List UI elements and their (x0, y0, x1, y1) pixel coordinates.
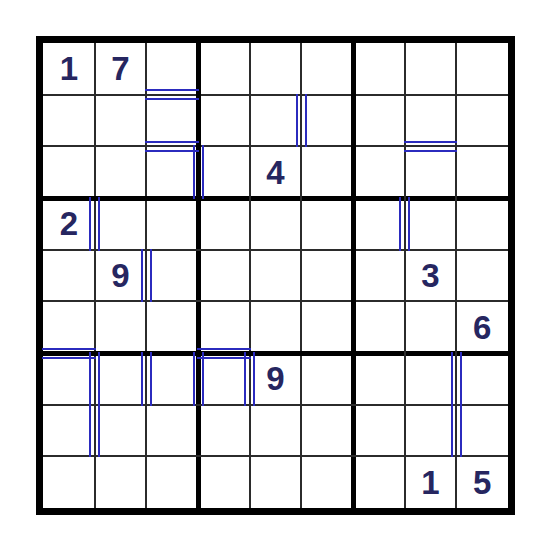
cell-r8c4[interactable] (198, 405, 250, 457)
cell-r5c7[interactable] (353, 250, 405, 302)
box-border-vertical (351, 43, 356, 508)
cell-r1c2-given[interactable]: 7 (95, 43, 147, 95)
cell-r6c2[interactable] (95, 301, 147, 353)
cell-r1c3[interactable] (146, 43, 198, 95)
consecutive-marker (193, 352, 204, 406)
cell-r3c2[interactable] (95, 146, 147, 198)
cell-r4c4[interactable] (198, 198, 250, 250)
cell-r1c1-given[interactable]: 1 (43, 43, 95, 95)
cell-r5c2-given[interactable]: 9 (95, 250, 147, 302)
cell-r7c3[interactable] (146, 353, 198, 405)
cell-r2c6[interactable] (301, 95, 353, 147)
gridline-horizontal (43, 404, 508, 406)
cell-r1c7[interactable] (353, 43, 405, 95)
cell-r1c8[interactable] (405, 43, 457, 95)
gridline-horizontal (43, 300, 508, 302)
puzzle-page: 1742936915 (0, 0, 550, 550)
cell-r1c4[interactable] (198, 43, 250, 95)
cell-r5c3[interactable] (146, 250, 198, 302)
consecutive-marker (89, 352, 100, 406)
cell-r4c1-given[interactable]: 2 (43, 198, 95, 250)
cell-r8c1[interactable] (43, 405, 95, 457)
cell-r7c5-given[interactable]: 9 (250, 353, 302, 405)
cell-r4c9[interactable] (456, 198, 508, 250)
cell-r7c6[interactable] (301, 353, 353, 405)
cell-r8c2[interactable] (95, 405, 147, 457)
cell-r4c6[interactable] (301, 198, 353, 250)
gridline-vertical (404, 43, 406, 508)
consecutive-marker (89, 404, 100, 458)
cell-r2c1[interactable] (43, 95, 95, 147)
box-border-horizontal (43, 351, 508, 356)
cell-r8c7[interactable] (353, 405, 405, 457)
cell-r8c5[interactable] (250, 405, 302, 457)
cell-r7c7[interactable] (353, 353, 405, 405)
cell-r6c4[interactable] (198, 301, 250, 353)
sudoku-board: 1742936915 (36, 36, 515, 515)
cell-r6c6[interactable] (301, 301, 353, 353)
cell-r9c4[interactable] (198, 456, 250, 508)
cell-r2c7[interactable] (353, 95, 405, 147)
cell-r2c4[interactable] (198, 95, 250, 147)
cell-r7c2[interactable] (95, 353, 147, 405)
cell-r2c8[interactable] (405, 95, 457, 147)
gridline-horizontal (43, 455, 508, 457)
cell-r3c9[interactable] (456, 146, 508, 198)
consecutive-marker (141, 352, 152, 406)
cell-r1c5[interactable] (250, 43, 302, 95)
cell-r9c3[interactable] (146, 456, 198, 508)
cell-r8c6[interactable] (301, 405, 353, 457)
cell-r6c9-given[interactable]: 6 (456, 301, 508, 353)
cell-r3c5-given[interactable]: 4 (250, 146, 302, 198)
cell-r9c9-given[interactable]: 5 (456, 456, 508, 508)
box-border-vertical (196, 43, 201, 508)
cell-r3c1[interactable] (43, 146, 95, 198)
cell-r8c3[interactable] (146, 405, 198, 457)
cell-r3c4[interactable] (198, 146, 250, 198)
consecutive-marker (141, 249, 152, 303)
gridline-horizontal (43, 249, 508, 251)
cell-r5c4[interactable] (198, 250, 250, 302)
box-border-horizontal (43, 196, 508, 201)
consecutive-marker (89, 197, 100, 251)
cell-r4c3[interactable] (146, 198, 198, 250)
consecutive-marker (42, 348, 96, 359)
consecutive-marker (451, 352, 462, 406)
consecutive-marker (193, 145, 204, 199)
cell-r3c8[interactable] (405, 146, 457, 198)
gridline-vertical (249, 43, 251, 508)
cell-r1c6[interactable] (301, 43, 353, 95)
consecutive-marker (296, 94, 307, 148)
cell-r6c5[interactable] (250, 301, 302, 353)
cell-r7c9[interactable] (456, 353, 508, 405)
cell-r4c2[interactable] (95, 198, 147, 250)
cell-r7c1[interactable] (43, 353, 95, 405)
cell-r5c1[interactable] (43, 250, 95, 302)
cell-r9c1[interactable] (43, 456, 95, 508)
gridline-horizontal (43, 94, 508, 96)
cell-r5c6[interactable] (301, 250, 353, 302)
cell-r9c2[interactable] (95, 456, 147, 508)
cell-r5c9[interactable] (456, 250, 508, 302)
cell-r9c5[interactable] (250, 456, 302, 508)
consecutive-marker (197, 348, 251, 359)
cell-r4c8[interactable] (405, 198, 457, 250)
cell-r3c6[interactable] (301, 146, 353, 198)
cell-r2c9[interactable] (456, 95, 508, 147)
cell-r9c6[interactable] (301, 456, 353, 508)
cell-r1c9[interactable] (456, 43, 508, 95)
cell-r6c7[interactable] (353, 301, 405, 353)
cell-r2c5[interactable] (250, 95, 302, 147)
cell-r2c3[interactable] (146, 95, 198, 147)
consecutive-marker (145, 89, 199, 100)
cell-r8c8[interactable] (405, 405, 457, 457)
consecutive-marker (451, 404, 462, 458)
cell-r6c8[interactable] (405, 301, 457, 353)
cell-r8c9[interactable] (456, 405, 508, 457)
cell-r4c5[interactable] (250, 198, 302, 250)
consecutive-marker (145, 141, 199, 152)
cell-r9c7[interactable] (353, 456, 405, 508)
cell-r4c7[interactable] (353, 198, 405, 250)
cell-r7c4[interactable] (198, 353, 250, 405)
consecutive-marker (404, 141, 458, 152)
cell-r9c8-given[interactable]: 1 (405, 456, 457, 508)
cell-r5c5[interactable] (250, 250, 302, 302)
cell-r7c8[interactable] (405, 353, 457, 405)
cell-r5c8-given[interactable]: 3 (405, 250, 457, 302)
cell-r3c7[interactable] (353, 146, 405, 198)
consecutive-marker (244, 352, 255, 406)
cell-r3c3[interactable] (146, 146, 198, 198)
cell-r2c2[interactable] (95, 95, 147, 147)
cell-r6c1[interactable] (43, 301, 95, 353)
consecutive-marker (399, 197, 410, 251)
cell-r6c3[interactable] (146, 301, 198, 353)
